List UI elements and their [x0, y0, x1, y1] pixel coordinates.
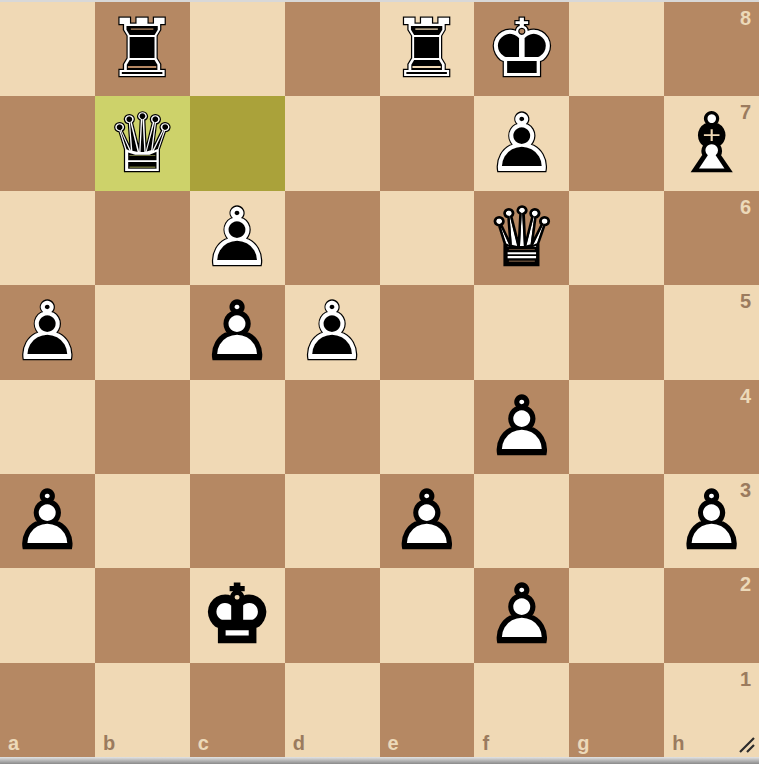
black-rook-glyph: ♜ [95, 2, 190, 96]
black-rook-glyph: ♜ [380, 2, 475, 96]
square-a2[interactable] [0, 568, 95, 662]
square-g5[interactable] [569, 285, 664, 379]
piece-white-queen[interactable]: ♛♕ [474, 191, 569, 285]
square-c1[interactable]: c [190, 663, 285, 757]
piece-white-pawn[interactable]: ♟♙ [0, 474, 95, 568]
square-a7[interactable] [0, 96, 95, 190]
square-c7[interactable] [190, 96, 285, 190]
white-pawn-detail: ♙ [474, 380, 569, 474]
square-h7[interactable]: ♝♗7 [664, 96, 759, 190]
black-pawn-detail: ♙ [474, 96, 569, 190]
square-f4[interactable]: ♟♙ [474, 380, 569, 474]
black-pawn-glyph: ♟ [0, 285, 95, 379]
square-d4[interactable] [285, 380, 380, 474]
square-e8[interactable]: ♜♖ [380, 2, 475, 96]
white-king-detail: ♔ [190, 568, 285, 662]
piece-white-pawn[interactable]: ♟♙ [380, 474, 475, 568]
square-a5[interactable]: ♟♙ [0, 285, 95, 379]
square-d6[interactable] [285, 191, 380, 285]
square-g6[interactable] [569, 191, 664, 285]
white-bishop-detail: ♗ [664, 96, 759, 190]
white-queen-glyph: ♛ [474, 191, 569, 285]
file-label-d: d [293, 733, 305, 753]
square-g2[interactable] [569, 568, 664, 662]
white-pawn-detail: ♙ [380, 474, 475, 568]
square-b5[interactable] [95, 285, 190, 379]
board-resize-handle-icon[interactable] [737, 735, 757, 755]
white-queen-detail: ♕ [474, 191, 569, 285]
square-c5[interactable]: ♟♙ [190, 285, 285, 379]
square-a4[interactable] [0, 380, 95, 474]
rank-label-4: 4 [740, 386, 751, 406]
square-e1[interactable]: e [380, 663, 475, 757]
square-h3[interactable]: ♟♙3 [664, 474, 759, 568]
white-king-glyph: ♚ [190, 568, 285, 662]
square-g4[interactable] [569, 380, 664, 474]
piece-black-queen[interactable]: ♛♕ [95, 96, 190, 190]
piece-black-pawn[interactable]: ♟♙ [474, 96, 569, 190]
square-g3[interactable] [569, 474, 664, 568]
white-pawn-detail: ♙ [664, 474, 759, 568]
square-d2[interactable] [285, 568, 380, 662]
file-label-f: f [482, 733, 489, 753]
file-label-b: b [103, 733, 115, 753]
white-pawn-glyph: ♟ [0, 474, 95, 568]
rank-label-2: 2 [740, 574, 751, 594]
square-e7[interactable] [380, 96, 475, 190]
chess-board: ♜♖♜♖♚♔8♛♕♟♙♝♗7♟♙♛♕6♟♙♟♙♟♙5♟♙4♟♙♟♙♟♙3♚♔♟♙… [0, 2, 759, 757]
square-f5[interactable] [474, 285, 569, 379]
square-e3[interactable]: ♟♙ [380, 474, 475, 568]
square-d7[interactable] [285, 96, 380, 190]
square-e5[interactable] [380, 285, 475, 379]
square-d5[interactable]: ♟♙ [285, 285, 380, 379]
square-c4[interactable] [190, 380, 285, 474]
rank-label-6: 6 [740, 197, 751, 217]
piece-black-king[interactable]: ♚♔ [474, 2, 569, 96]
white-pawn-detail: ♙ [474, 568, 569, 662]
square-b6[interactable] [95, 191, 190, 285]
piece-white-pawn[interactable]: ♟♙ [664, 474, 759, 568]
rank-label-1: 1 [740, 669, 751, 689]
square-g7[interactable] [569, 96, 664, 190]
square-d3[interactable] [285, 474, 380, 568]
piece-black-rook[interactable]: ♜♖ [95, 2, 190, 96]
file-label-c: c [198, 733, 209, 753]
piece-white-bishop[interactable]: ♝♗ [664, 96, 759, 190]
square-c8[interactable] [190, 2, 285, 96]
square-h6[interactable]: 6 [664, 191, 759, 285]
black-pawn-glyph: ♟ [285, 285, 380, 379]
square-b3[interactable] [95, 474, 190, 568]
black-king-detail: ♔ [474, 2, 569, 96]
white-pawn-glyph: ♟ [664, 474, 759, 568]
black-queen-glyph: ♛ [95, 96, 190, 190]
square-b2[interactable] [95, 568, 190, 662]
file-label-e: e [388, 733, 399, 753]
rank-label-8: 8 [740, 8, 751, 28]
file-label-g: g [577, 733, 589, 753]
black-pawn-detail: ♙ [0, 285, 95, 379]
square-f1[interactable]: f [474, 663, 569, 757]
piece-white-king[interactable]: ♚♔ [190, 568, 285, 662]
file-label-h: h [672, 733, 684, 753]
white-pawn-glyph: ♟ [380, 474, 475, 568]
square-c2[interactable]: ♚♔ [190, 568, 285, 662]
frame-bottom-edge [0, 757, 759, 764]
black-pawn-glyph: ♟ [190, 191, 285, 285]
white-pawn-glyph: ♟ [474, 568, 569, 662]
square-f3[interactable] [474, 474, 569, 568]
file-label-a: a [8, 733, 19, 753]
square-h4[interactable]: 4 [664, 380, 759, 474]
rank-label-5: 5 [740, 291, 751, 311]
piece-black-pawn[interactable]: ♟♙ [190, 191, 285, 285]
black-king-glyph: ♚ [474, 2, 569, 96]
square-a1[interactable]: a [0, 663, 95, 757]
piece-white-pawn[interactable]: ♟♙ [190, 285, 285, 379]
square-f7[interactable]: ♟♙ [474, 96, 569, 190]
square-f8[interactable]: ♚♔ [474, 2, 569, 96]
square-c6[interactable]: ♟♙ [190, 191, 285, 285]
black-pawn-detail: ♙ [190, 191, 285, 285]
black-pawn-detail: ♙ [285, 285, 380, 379]
piece-white-pawn[interactable]: ♟♙ [474, 568, 569, 662]
square-a8[interactable] [0, 2, 95, 96]
white-pawn-detail: ♙ [190, 285, 285, 379]
black-rook-detail: ♖ [380, 2, 475, 96]
black-pawn-glyph: ♟ [474, 96, 569, 190]
square-f2[interactable]: ♟♙ [474, 568, 569, 662]
square-c3[interactable] [190, 474, 285, 568]
square-e4[interactable] [380, 380, 475, 474]
square-h1[interactable]: h1 [664, 663, 759, 757]
square-b1[interactable]: b [95, 663, 190, 757]
black-rook-detail: ♖ [95, 2, 190, 96]
square-h5[interactable]: 5 [664, 285, 759, 379]
piece-black-rook[interactable]: ♜♖ [380, 2, 475, 96]
white-pawn-glyph: ♟ [190, 285, 285, 379]
square-a3[interactable]: ♟♙ [0, 474, 95, 568]
chess-app-frame: ♜♖♜♖♚♔8♛♕♟♙♝♗7♟♙♛♕6♟♙♟♙♟♙5♟♙4♟♙♟♙♟♙3♚♔♟♙… [0, 0, 759, 764]
piece-black-pawn[interactable]: ♟♙ [0, 285, 95, 379]
square-b4[interactable] [95, 380, 190, 474]
square-h2[interactable]: 2 [664, 568, 759, 662]
square-b8[interactable]: ♜♖ [95, 2, 190, 96]
square-d8[interactable] [285, 2, 380, 96]
square-a6[interactable] [0, 191, 95, 285]
square-g1[interactable]: g [569, 663, 664, 757]
square-e2[interactable] [380, 568, 475, 662]
white-pawn-glyph: ♟ [474, 380, 569, 474]
white-bishop-glyph: ♝ [664, 96, 759, 190]
black-queen-detail: ♕ [95, 96, 190, 190]
square-d1[interactable]: d [285, 663, 380, 757]
white-pawn-detail: ♙ [0, 474, 95, 568]
square-e6[interactable] [380, 191, 475, 285]
square-f6[interactable]: ♛♕ [474, 191, 569, 285]
square-g8[interactable] [569, 2, 664, 96]
piece-white-pawn[interactable]: ♟♙ [474, 380, 569, 474]
piece-black-pawn[interactable]: ♟♙ [285, 285, 380, 379]
square-h8[interactable]: 8 [664, 2, 759, 96]
square-b7[interactable]: ♛♕ [95, 96, 190, 190]
